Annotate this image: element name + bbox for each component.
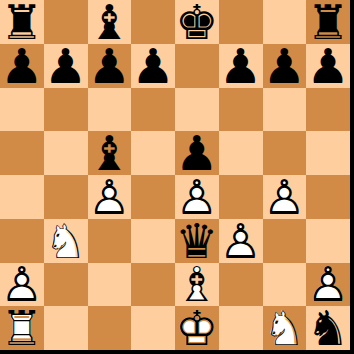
square-e1[interactable]: ♚♔ xyxy=(175,306,219,350)
square-f3[interactable]: ♟♙ xyxy=(219,219,263,263)
black-pawn-a7[interactable]: ♟ xyxy=(0,44,44,88)
square-f6[interactable] xyxy=(219,88,263,132)
square-g4[interactable]: ♟♙ xyxy=(263,175,307,219)
black-pawn-h7[interactable]: ♟ xyxy=(306,44,350,88)
black-knight-icon: ♞ xyxy=(306,306,350,350)
square-c1[interactable] xyxy=(88,306,132,350)
white-knight-g1[interactable]: ♞♘ xyxy=(263,306,307,350)
black-king-e8[interactable]: ♚ xyxy=(175,0,219,44)
black-pawn-icon: ♟ xyxy=(88,44,132,88)
square-d4[interactable] xyxy=(131,175,175,219)
black-pawn-c7[interactable]: ♟ xyxy=(88,44,132,88)
black-pawn-d7[interactable]: ♟ xyxy=(131,44,175,88)
square-g6[interactable] xyxy=(263,88,307,132)
black-pawn-icon: ♟ xyxy=(131,44,175,88)
black-pawn-icon: ♟ xyxy=(263,44,307,88)
black-pawn-icon: ♟ xyxy=(219,44,263,88)
square-e8[interactable]: ♚ xyxy=(175,0,219,44)
square-f1[interactable] xyxy=(219,306,263,350)
square-c2[interactable] xyxy=(88,263,132,307)
white-pawn-outline-icon: ♙ xyxy=(263,175,307,219)
square-d1[interactable] xyxy=(131,306,175,350)
square-a6[interactable] xyxy=(0,88,44,132)
square-b5[interactable] xyxy=(44,131,88,175)
white-rook-outline-icon: ♖ xyxy=(0,306,44,350)
square-h7[interactable]: ♟ xyxy=(306,44,350,88)
black-king-icon: ♚ xyxy=(175,0,219,44)
square-f5[interactable] xyxy=(219,131,263,175)
square-a7[interactable]: ♟ xyxy=(0,44,44,88)
black-pawn-g7[interactable]: ♟ xyxy=(263,44,307,88)
square-b3[interactable]: ♞♘ xyxy=(44,219,88,263)
square-c7[interactable]: ♟ xyxy=(88,44,132,88)
square-g3[interactable] xyxy=(263,219,307,263)
square-g1[interactable]: ♞♘ xyxy=(263,306,307,350)
square-d5[interactable] xyxy=(131,131,175,175)
square-c3[interactable] xyxy=(88,219,132,263)
chess-board: ♜♝♚♜♟♟♟♟♟♟♟♝♟♟♙♟♙♟♙♞♘♛♟♙♟♙♝♗♟♙♜♖♚♔♞♘♞ xyxy=(0,0,350,350)
black-pawn-f7[interactable]: ♟ xyxy=(219,44,263,88)
white-pawn-outline-icon: ♙ xyxy=(219,219,263,263)
square-h5[interactable] xyxy=(306,131,350,175)
square-h6[interactable] xyxy=(306,88,350,132)
square-d2[interactable] xyxy=(131,263,175,307)
black-pawn-b7[interactable]: ♟ xyxy=(44,44,88,88)
square-b1[interactable] xyxy=(44,306,88,350)
square-d3[interactable] xyxy=(131,219,175,263)
white-pawn-c4[interactable]: ♟♙ xyxy=(88,175,132,219)
square-b6[interactable] xyxy=(44,88,88,132)
white-pawn-outline-icon: ♙ xyxy=(88,175,132,219)
square-e7[interactable] xyxy=(175,44,219,88)
square-h1[interactable]: ♞ xyxy=(306,306,350,350)
white-knight-outline-icon: ♘ xyxy=(263,306,307,350)
square-d6[interactable] xyxy=(131,88,175,132)
white-rook-a1[interactable]: ♜♖ xyxy=(0,306,44,350)
square-b7[interactable]: ♟ xyxy=(44,44,88,88)
white-knight-b3[interactable]: ♞♘ xyxy=(44,219,88,263)
square-b2[interactable] xyxy=(44,263,88,307)
white-pawn-f3[interactable]: ♟♙ xyxy=(219,219,263,263)
square-a4[interactable] xyxy=(0,175,44,219)
square-c4[interactable]: ♟♙ xyxy=(88,175,132,219)
white-king-e1[interactable]: ♚♔ xyxy=(175,306,219,350)
white-knight-outline-icon: ♘ xyxy=(44,219,88,263)
square-f7[interactable]: ♟ xyxy=(219,44,263,88)
black-knight-h1[interactable]: ♞ xyxy=(306,306,350,350)
square-g7[interactable]: ♟ xyxy=(263,44,307,88)
square-d7[interactable]: ♟ xyxy=(131,44,175,88)
square-h4[interactable] xyxy=(306,175,350,219)
black-pawn-icon: ♟ xyxy=(0,44,44,88)
square-a5[interactable] xyxy=(0,131,44,175)
chess-board-frame: ♜♝♚♜♟♟♟♟♟♟♟♝♟♟♙♟♙♟♙♞♘♛♟♙♟♙♝♗♟♙♜♖♚♔♞♘♞ xyxy=(0,0,354,354)
white-pawn-g4[interactable]: ♟♙ xyxy=(263,175,307,219)
square-a1[interactable]: ♜♖ xyxy=(0,306,44,350)
black-pawn-icon: ♟ xyxy=(306,44,350,88)
square-f2[interactable] xyxy=(219,263,263,307)
black-pawn-icon: ♟ xyxy=(44,44,88,88)
white-king-outline-icon: ♔ xyxy=(175,306,219,350)
